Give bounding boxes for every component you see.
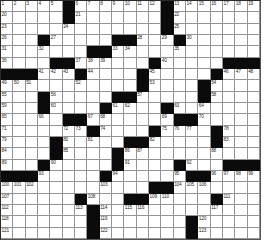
crossword-cell[interactable] — [248, 46, 260, 57]
crossword-cell[interactable] — [149, 171, 161, 182]
crossword-cell[interactable]: 46 — [223, 69, 235, 80]
crossword-cell[interactable]: 73 — [75, 126, 87, 137]
crossword-cell[interactable] — [235, 46, 247, 57]
crossword-cell[interactable] — [112, 194, 124, 205]
crossword-cell[interactable]: 91 — [124, 160, 136, 171]
crossword-cell[interactable] — [75, 216, 87, 227]
crossword-cell[interactable]: 69 — [161, 114, 173, 125]
crossword-cell[interactable] — [198, 69, 210, 80]
crossword-cell[interactable] — [124, 114, 136, 125]
crossword-cell[interactable] — [124, 12, 136, 23]
crossword-cell[interactable]: 122 — [100, 228, 112, 239]
crossword-cell[interactable] — [137, 58, 149, 69]
crossword-cell[interactable] — [186, 12, 198, 23]
crossword-cell[interactable] — [50, 171, 62, 182]
crossword-cell[interactable] — [137, 160, 149, 171]
crossword-cell[interactable]: 84 — [1, 148, 13, 159]
crossword-cell[interactable] — [112, 114, 124, 125]
crossword-cell[interactable]: 107 — [1, 194, 13, 205]
crossword-cell[interactable]: 54 — [211, 80, 223, 91]
crossword-cell[interactable] — [174, 80, 186, 91]
crossword-cell[interactable] — [186, 137, 198, 148]
crossword-cell[interactable] — [87, 35, 99, 46]
crossword-cell[interactable] — [26, 126, 38, 137]
crossword-cell[interactable]: 85 — [63, 148, 75, 159]
crossword-cell[interactable] — [211, 216, 223, 227]
crossword-cell[interactable] — [50, 182, 62, 193]
crossword-cell[interactable]: 38 — [87, 58, 99, 69]
crossword-cell[interactable] — [112, 228, 124, 239]
crossword-cell[interactable]: 51 — [26, 80, 38, 91]
crossword-cell[interactable] — [223, 114, 235, 125]
crossword-cell[interactable] — [161, 148, 173, 159]
crossword-cell[interactable]: 118 — [1, 216, 13, 227]
crossword-cell[interactable] — [75, 103, 87, 114]
crossword-cell[interactable] — [149, 46, 161, 57]
crossword-cell[interactable]: 13 — [174, 1, 186, 12]
crossword-cell[interactable] — [87, 182, 99, 193]
crossword-cell[interactable] — [50, 24, 62, 35]
crossword-cell[interactable]: 57 — [137, 92, 149, 103]
crossword-cell[interactable] — [100, 148, 112, 159]
crossword-cell[interactable] — [26, 114, 38, 125]
crossword-cell[interactable] — [137, 24, 149, 35]
crossword-cell[interactable]: 18 — [235, 1, 247, 12]
crossword-cell[interactable] — [13, 137, 25, 148]
crossword-cell[interactable] — [137, 103, 149, 114]
crossword-cell[interactable] — [38, 148, 50, 159]
crossword-cell[interactable]: 6 — [75, 1, 87, 12]
crossword-cell[interactable] — [26, 58, 38, 69]
crossword-cell[interactable]: 58 — [211, 92, 223, 103]
crossword-cell[interactable]: 97 — [223, 171, 235, 182]
crossword-cell[interactable] — [100, 80, 112, 91]
crossword-cell[interactable]: 116 — [137, 205, 149, 216]
crossword-cell[interactable] — [100, 24, 112, 35]
crossword-cell[interactable]: 121 — [1, 228, 13, 239]
crossword-cell[interactable] — [124, 24, 136, 35]
crossword-cell[interactable] — [13, 24, 25, 35]
crossword-cell[interactable]: 20 — [1, 12, 13, 23]
crossword-cell[interactable] — [100, 35, 112, 46]
crossword-cell[interactable]: 28 — [137, 35, 149, 46]
crossword-cell[interactable]: 102 — [26, 182, 38, 193]
crossword-cell[interactable] — [26, 24, 38, 35]
crossword-cell[interactable]: 16 — [211, 1, 223, 12]
crossword-cell[interactable]: 29 — [161, 35, 173, 46]
crossword-cell[interactable] — [87, 92, 99, 103]
crossword-cell[interactable] — [63, 182, 75, 193]
crossword-cell[interactable] — [75, 24, 87, 35]
crossword-cell[interactable]: 78 — [223, 126, 235, 137]
crossword-cell[interactable] — [149, 12, 161, 23]
crossword-cell[interactable]: 105 — [186, 182, 198, 193]
crossword-cell[interactable] — [13, 12, 25, 23]
crossword-cell[interactable] — [149, 228, 161, 239]
crossword-cell[interactable]: 11 — [137, 1, 149, 12]
crossword-cell[interactable] — [87, 148, 99, 159]
crossword-cell[interactable] — [223, 35, 235, 46]
crossword-cell[interactable] — [186, 69, 198, 80]
crossword-cell[interactable]: 35 — [174, 46, 186, 57]
crossword-cell[interactable] — [235, 80, 247, 91]
crossword-cell[interactable] — [87, 24, 99, 35]
crossword-cell[interactable] — [75, 137, 87, 148]
crossword-cell[interactable] — [112, 126, 124, 137]
crossword-cell[interactable] — [87, 103, 99, 114]
crossword-cell[interactable]: 12 — [149, 1, 161, 12]
crossword-cell[interactable] — [186, 148, 198, 159]
crossword-cell[interactable] — [211, 228, 223, 239]
crossword-cell[interactable] — [235, 92, 247, 103]
crossword-cell[interactable] — [174, 194, 186, 205]
crossword-cell[interactable] — [174, 148, 186, 159]
crossword-cell[interactable] — [63, 103, 75, 114]
crossword-cell[interactable]: 65 — [1, 114, 13, 125]
crossword-cell[interactable] — [211, 103, 223, 114]
crossword-cell[interactable] — [50, 126, 62, 137]
crossword-cell[interactable]: 36 — [1, 58, 13, 69]
crossword-cell[interactable] — [124, 216, 136, 227]
crossword-cell[interactable]: 42 — [50, 69, 62, 80]
crossword-cell[interactable] — [235, 12, 247, 23]
crossword-cell[interactable]: 81 — [87, 137, 99, 148]
crossword-cell[interactable] — [124, 228, 136, 239]
crossword-cell[interactable] — [50, 46, 62, 57]
crossword-cell[interactable]: 75 — [161, 126, 173, 137]
crossword-cell[interactable] — [112, 69, 124, 80]
crossword-cell[interactable]: 55 — [1, 92, 13, 103]
crossword-cell[interactable] — [137, 12, 149, 23]
crossword-cell[interactable] — [87, 80, 99, 91]
crossword-cell[interactable] — [13, 126, 25, 137]
crossword-cell[interactable]: 3 — [26, 1, 38, 12]
crossword-cell[interactable] — [211, 12, 223, 23]
crossword-cell[interactable] — [13, 205, 25, 216]
crossword-cell[interactable]: 76 — [174, 126, 186, 137]
crossword-cell[interactable] — [50, 228, 62, 239]
crossword-cell[interactable]: 103 — [100, 182, 112, 193]
crossword-cell[interactable]: 123 — [198, 228, 210, 239]
crossword-cell[interactable] — [112, 80, 124, 91]
crossword-cell[interactable] — [63, 35, 75, 46]
crossword-cell[interactable] — [13, 148, 25, 159]
crossword-cell[interactable] — [211, 160, 223, 171]
crossword-cell[interactable] — [137, 228, 149, 239]
crossword-cell[interactable] — [174, 205, 186, 216]
crossword-cell[interactable]: 113 — [75, 205, 87, 216]
crossword-cell[interactable]: 72 — [63, 126, 75, 137]
crossword-cell[interactable] — [13, 92, 25, 103]
crossword-cell[interactable] — [248, 126, 260, 137]
crossword-cell[interactable]: 56 — [50, 92, 62, 103]
crossword-cell[interactable]: 10 — [124, 1, 136, 12]
crossword-cell[interactable] — [112, 137, 124, 148]
crossword-cell[interactable]: 31 — [1, 46, 13, 57]
crossword-cell[interactable]: 8 — [100, 1, 112, 12]
crossword-cell[interactable]: 98 — [235, 171, 247, 182]
crossword-cell[interactable] — [235, 103, 247, 114]
crossword-cell[interactable] — [112, 182, 124, 193]
crossword-cell[interactable]: 104 — [174, 182, 186, 193]
crossword-cell[interactable] — [149, 24, 161, 35]
crossword-cell[interactable]: 4 — [38, 1, 50, 12]
crossword-cell[interactable] — [100, 69, 112, 80]
crossword-cell[interactable]: 93 — [38, 171, 50, 182]
crossword-cell[interactable] — [223, 228, 235, 239]
crossword-cell[interactable] — [87, 160, 99, 171]
crossword-cell[interactable] — [211, 46, 223, 57]
crossword-cell[interactable] — [38, 126, 50, 137]
crossword-cell[interactable]: 70 — [198, 114, 210, 125]
crossword-cell[interactable]: 63 — [174, 103, 186, 114]
crossword-cell[interactable]: 40 — [161, 58, 173, 69]
crossword-cell[interactable]: 120 — [198, 216, 210, 227]
crossword-cell[interactable]: 27 — [50, 35, 62, 46]
crossword-cell[interactable] — [161, 228, 173, 239]
crossword-cell[interactable] — [13, 35, 25, 46]
crossword-cell[interactable] — [186, 80, 198, 91]
crossword-cell[interactable] — [137, 171, 149, 182]
crossword-cell[interactable] — [211, 58, 223, 69]
crossword-cell[interactable]: 80 — [63, 137, 75, 148]
crossword-cell[interactable]: 53 — [149, 80, 161, 91]
crossword-cell[interactable] — [26, 148, 38, 159]
crossword-cell[interactable]: 108 — [87, 194, 99, 205]
crossword-cell[interactable]: 77 — [186, 126, 198, 137]
crossword-cell[interactable]: 64 — [198, 103, 210, 114]
crossword-cell[interactable] — [161, 92, 173, 103]
crossword-cell[interactable] — [198, 46, 210, 57]
crossword-cell[interactable] — [198, 35, 210, 46]
crossword-cell[interactable] — [13, 228, 25, 239]
crossword-cell[interactable] — [50, 80, 62, 91]
crossword-cell[interactable] — [13, 103, 25, 114]
crossword-cell[interactable]: 88 — [211, 148, 223, 159]
crossword-cell[interactable] — [137, 182, 149, 193]
crossword-cell[interactable] — [124, 126, 136, 137]
crossword-cell[interactable]: 50 — [13, 80, 25, 91]
crossword-cell[interactable] — [235, 194, 247, 205]
crossword-cell[interactable]: 92 — [186, 160, 198, 171]
crossword-cell[interactable]: 1 — [1, 1, 13, 12]
crossword-cell[interactable] — [223, 12, 235, 23]
crossword-cell[interactable] — [149, 160, 161, 171]
crossword-cell[interactable]: 2 — [13, 1, 25, 12]
crossword-cell[interactable]: 96 — [211, 171, 223, 182]
crossword-cell[interactable]: 39 — [100, 58, 112, 69]
crossword-cell[interactable] — [223, 205, 235, 216]
crossword-cell[interactable]: 90 — [50, 160, 62, 171]
crossword-cell[interactable] — [124, 182, 136, 193]
crossword-cell[interactable] — [75, 228, 87, 239]
crossword-cell[interactable] — [13, 46, 25, 57]
crossword-cell[interactable] — [124, 58, 136, 69]
crossword-cell[interactable] — [198, 205, 210, 216]
crossword-cell[interactable]: 79 — [1, 137, 13, 148]
crossword-cell[interactable]: 49 — [1, 80, 13, 91]
crossword-cell[interactable] — [174, 92, 186, 103]
crossword-cell[interactable]: 115 — [124, 205, 136, 216]
crossword-cell[interactable] — [223, 80, 235, 91]
crossword-cell[interactable] — [223, 182, 235, 193]
crossword-cell[interactable] — [211, 182, 223, 193]
crossword-cell[interactable] — [211, 24, 223, 35]
crossword-cell[interactable]: 26 — [1, 35, 13, 46]
crossword-cell[interactable] — [26, 46, 38, 57]
crossword-cell[interactable] — [26, 137, 38, 148]
crossword-cell[interactable] — [198, 148, 210, 159]
crossword-cell[interactable]: 15 — [198, 1, 210, 12]
crossword-cell[interactable]: 74 — [100, 126, 112, 137]
crossword-cell[interactable] — [248, 103, 260, 114]
crossword-cell[interactable] — [198, 194, 210, 205]
crossword-cell[interactable] — [63, 80, 75, 91]
crossword-cell[interactable] — [248, 148, 260, 159]
crossword-cell[interactable] — [223, 148, 235, 159]
crossword-cell[interactable] — [149, 103, 161, 114]
crossword-cell[interactable] — [161, 205, 173, 216]
crossword-cell[interactable] — [26, 160, 38, 171]
crossword-cell[interactable] — [137, 126, 149, 137]
crossword-cell[interactable]: 61 — [112, 103, 124, 114]
crossword-cell[interactable] — [75, 46, 87, 57]
crossword-cell[interactable] — [235, 228, 247, 239]
crossword-cell[interactable] — [87, 171, 99, 182]
crossword-cell[interactable]: 23 — [1, 24, 13, 35]
crossword-cell[interactable] — [50, 205, 62, 216]
crossword-cell[interactable] — [211, 35, 223, 46]
crossword-cell[interactable] — [223, 24, 235, 35]
crossword-cell[interactable]: 66 — [38, 114, 50, 125]
crossword-cell[interactable]: 48 — [248, 69, 260, 80]
crossword-cell[interactable] — [186, 58, 198, 69]
crossword-cell[interactable] — [149, 92, 161, 103]
crossword-cell[interactable] — [13, 58, 25, 69]
crossword-cell[interactable] — [26, 194, 38, 205]
crossword-cell[interactable] — [112, 24, 124, 35]
crossword-cell[interactable] — [137, 114, 149, 125]
crossword-cell[interactable] — [149, 35, 161, 46]
crossword-cell[interactable] — [248, 92, 260, 103]
crossword-cell[interactable] — [63, 46, 75, 57]
crossword-cell[interactable]: 45 — [149, 69, 161, 80]
crossword-cell[interactable] — [100, 137, 112, 148]
crossword-cell[interactable] — [186, 205, 198, 216]
crossword-cell[interactable]: 47 — [235, 69, 247, 80]
crossword-cell[interactable] — [248, 216, 260, 227]
crossword-cell[interactable]: 87 — [137, 148, 149, 159]
crossword-cell[interactable] — [223, 103, 235, 114]
crossword-cell[interactable] — [63, 205, 75, 216]
crossword-cell[interactable] — [161, 46, 173, 57]
crossword-cell[interactable] — [198, 126, 210, 137]
crossword-cell[interactable] — [174, 69, 186, 80]
crossword-cell[interactable] — [223, 92, 235, 103]
crossword-cell[interactable]: 21 — [75, 12, 87, 23]
crossword-cell[interactable]: 68 — [100, 114, 112, 125]
crossword-cell[interactable] — [38, 216, 50, 227]
crossword-cell[interactable] — [223, 46, 235, 57]
crossword-cell[interactable] — [112, 12, 124, 23]
crossword-cell[interactable] — [186, 92, 198, 103]
crossword-cell[interactable]: 30 — [186, 35, 198, 46]
crossword-cell[interactable]: 59 — [1, 103, 13, 114]
crossword-cell[interactable]: 83 — [223, 137, 235, 148]
crossword-cell[interactable] — [248, 24, 260, 35]
crossword-cell[interactable]: 117 — [211, 205, 223, 216]
crossword-cell[interactable] — [186, 24, 198, 35]
crossword-cell[interactable] — [174, 137, 186, 148]
crossword-cell[interactable] — [161, 160, 173, 171]
crossword-cell[interactable] — [100, 12, 112, 23]
crossword-cell[interactable] — [38, 205, 50, 216]
crossword-cell[interactable] — [137, 216, 149, 227]
crossword-cell[interactable]: 17 — [223, 1, 235, 12]
crossword-cell[interactable]: 62 — [124, 103, 136, 114]
crossword-cell[interactable]: 86 — [124, 148, 136, 159]
crossword-cell[interactable] — [13, 216, 25, 227]
crossword-cell[interactable] — [248, 12, 260, 23]
crossword-cell[interactable] — [13, 114, 25, 125]
crossword-cell[interactable] — [186, 46, 198, 57]
crossword-cell[interactable] — [235, 205, 247, 216]
crossword-cell[interactable]: 95 — [174, 171, 186, 182]
crossword-cell[interactable] — [63, 216, 75, 227]
crossword-cell[interactable]: 112 — [1, 205, 13, 216]
crossword-cell[interactable] — [248, 205, 260, 216]
crossword-cell[interactable] — [149, 148, 161, 159]
crossword-cell[interactable] — [38, 12, 50, 23]
crossword-cell[interactable] — [248, 228, 260, 239]
crossword-cell[interactable] — [63, 160, 75, 171]
crossword-cell[interactable] — [75, 182, 87, 193]
crossword-cell[interactable] — [26, 103, 38, 114]
crossword-cell[interactable]: 101 — [13, 182, 25, 193]
crossword-cell[interactable]: 109 — [149, 194, 161, 205]
crossword-cell[interactable] — [75, 92, 87, 103]
crossword-cell[interactable] — [38, 182, 50, 193]
crossword-cell[interactable]: 5 — [50, 1, 62, 12]
crossword-cell[interactable] — [198, 58, 210, 69]
crossword-cell[interactable]: 37 — [75, 58, 87, 69]
crossword-cell[interactable]: 24 — [63, 24, 75, 35]
crossword-cell[interactable] — [235, 216, 247, 227]
crossword-cell[interactable] — [149, 205, 161, 216]
crossword-cell[interactable] — [198, 12, 210, 23]
crossword-cell[interactable] — [174, 216, 186, 227]
crossword-cell[interactable]: 34 — [124, 46, 136, 57]
crossword-cell[interactable]: 43 — [63, 69, 75, 80]
crossword-cell[interactable] — [112, 216, 124, 227]
crossword-cell[interactable]: 33 — [112, 46, 124, 57]
crossword-cell[interactable] — [26, 228, 38, 239]
crossword-cell[interactable] — [50, 216, 62, 227]
crossword-cell[interactable]: 67 — [87, 114, 99, 125]
crossword-cell[interactable] — [198, 24, 210, 35]
crossword-cell[interactable] — [248, 194, 260, 205]
crossword-cell[interactable]: 9 — [112, 1, 124, 12]
crossword-cell[interactable] — [100, 160, 112, 171]
crossword-cell[interactable] — [174, 58, 186, 69]
crossword-cell[interactable] — [137, 46, 149, 57]
crossword-cell[interactable] — [13, 160, 25, 171]
crossword-cell[interactable] — [235, 137, 247, 148]
crossword-cell[interactable] — [161, 80, 173, 91]
crossword-cell[interactable]: 99 — [248, 171, 260, 182]
crossword-cell[interactable]: 41 — [38, 69, 50, 80]
crossword-cell[interactable] — [26, 205, 38, 216]
